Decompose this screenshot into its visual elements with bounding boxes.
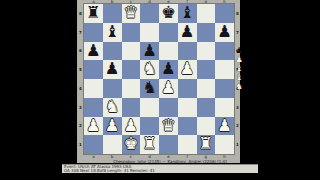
square-b7[interactable]: ♝: [103, 23, 122, 42]
white-knight: ♞: [140, 60, 159, 79]
square-c1[interactable]: ♚: [122, 135, 141, 154]
square-h4[interactable]: [215, 79, 234, 98]
rank-labels-left: 87654321: [77, 4, 84, 154]
square-b5[interactable]: ♟: [103, 60, 122, 79]
square-f2[interactable]: [178, 117, 197, 136]
square-f5[interactable]: ♟: [178, 60, 197, 79]
square-h2[interactable]: ♟: [215, 117, 234, 136]
square-d5[interactable]: ♞: [140, 60, 159, 79]
square-c2[interactable]: ♟: [122, 117, 141, 136]
rank-label-7: 7: [234, 30, 241, 35]
captured-white-bishop: ♝: [235, 73, 242, 82]
white-pawn: ♟: [103, 117, 122, 136]
black-rook: ♜: [84, 4, 103, 23]
square-c8[interactable]: ♛: [122, 4, 141, 23]
square-g5[interactable]: [197, 60, 216, 79]
black-pawn: ♟: [178, 23, 197, 42]
rank-label-5: 5: [77, 67, 84, 72]
square-d8[interactable]: [140, 4, 159, 23]
square-g7[interactable]: [197, 23, 216, 42]
square-g1[interactable]: ♜: [197, 135, 216, 154]
captured-black-pawn: ♟: [235, 46, 242, 55]
square-a8[interactable]: ♜: [84, 4, 103, 23]
captured-white-bishop: ♝: [235, 64, 242, 73]
rank-label-1: 1: [234, 142, 241, 147]
square-d4[interactable]: ♞: [140, 79, 159, 98]
square-g2[interactable]: [197, 117, 216, 136]
square-d2[interactable]: [140, 117, 159, 136]
square-d1[interactable]: ♜: [140, 135, 159, 154]
square-b6[interactable]: [103, 42, 122, 61]
square-e7[interactable]: [159, 23, 178, 42]
white-pawn: ♟: [178, 60, 197, 79]
square-b8[interactable]: [103, 4, 122, 23]
square-d7[interactable]: [140, 23, 159, 42]
info-line: GA 308 Next 18.Bxf8 Length: 41 Remoter: …: [62, 169, 258, 173]
rank-label-8: 8: [234, 11, 241, 16]
white-king: ♚: [122, 135, 141, 154]
rank-label-3: 3: [234, 105, 241, 110]
black-bishop: ♝: [178, 4, 197, 23]
square-a1[interactable]: [84, 135, 103, 154]
captured-pieces-tray: ♟♟♝♝♞: [233, 46, 245, 91]
square-a4[interactable]: [84, 79, 103, 98]
square-h1[interactable]: [215, 135, 234, 154]
black-pawn: ♟: [140, 42, 159, 61]
square-f1[interactable]: [178, 135, 197, 154]
square-c3[interactable]: [122, 98, 141, 117]
square-c5[interactable]: [122, 60, 141, 79]
black-pawn: ♟: [103, 60, 122, 79]
square-f7[interactable]: ♟: [178, 23, 197, 42]
square-e2[interactable]: ♛: [159, 117, 178, 136]
rank-label-3: 3: [77, 105, 84, 110]
square-f6[interactable]: [178, 42, 197, 61]
rank-label-1: 1: [77, 142, 84, 147]
square-c4[interactable]: [122, 79, 141, 98]
square-c7[interactable]: [122, 23, 141, 42]
square-h6[interactable]: [215, 42, 234, 61]
game-info-box: Event: US/ch AT Alaska 1993 USA GA 308 N…: [62, 164, 258, 174]
square-a3[interactable]: [84, 98, 103, 117]
square-b2[interactable]: ♟: [103, 117, 122, 136]
square-b3[interactable]: ♞: [103, 98, 122, 117]
white-knight: ♞: [103, 98, 122, 117]
square-g8[interactable]: [197, 4, 216, 23]
square-a2[interactable]: ♟: [84, 117, 103, 136]
square-a6[interactable]: ♟: [84, 42, 103, 61]
square-g6[interactable]: [197, 42, 216, 61]
white-pawn: ♟: [122, 117, 141, 136]
chess-diagram-panel: abcdefgh ♜♛♚♝♝♟♟♟♟♟♞♟♟♞♟♞♟♟♟♛♟♚♜♜ 876543…: [77, 0, 240, 163]
square-e3[interactable]: [159, 98, 178, 117]
square-h8[interactable]: [215, 4, 234, 23]
rank-label-8: 8: [77, 11, 84, 16]
square-d3[interactable]: [140, 98, 159, 117]
square-h3[interactable]: [215, 98, 234, 117]
black-king: ♚: [159, 4, 178, 23]
white-queen: ♛: [159, 117, 178, 136]
square-e6[interactable]: [159, 42, 178, 61]
video-frame: { "game": "chess", "position": { "fen": …: [0, 0, 320, 180]
rank-label-2: 2: [77, 123, 84, 128]
square-g4[interactable]: [197, 79, 216, 98]
square-e4[interactable]: ♟: [159, 79, 178, 98]
square-f4[interactable]: [178, 79, 197, 98]
square-a7[interactable]: [84, 23, 103, 42]
white-pawn: ♟: [84, 117, 103, 136]
black-pawn: ♟: [159, 60, 178, 79]
square-b4[interactable]: [103, 79, 122, 98]
square-d6[interactable]: ♟: [140, 42, 159, 61]
captured-white-knight: ♞: [235, 82, 242, 91]
square-f3[interactable]: [178, 98, 197, 117]
square-c6[interactable]: [122, 42, 141, 61]
square-a5[interactable]: [84, 60, 103, 79]
captured-white-pawn: ♟: [235, 55, 242, 64]
square-f8[interactable]: ♝: [178, 4, 197, 23]
square-h7[interactable]: ♟: [215, 23, 234, 42]
square-e1[interactable]: [159, 135, 178, 154]
black-pawn: ♟: [84, 42, 103, 61]
white-pawn: ♟: [159, 79, 178, 98]
white-pawn: ♟: [215, 117, 234, 136]
black-pawn: ♟: [215, 23, 234, 42]
black-knight: ♞: [140, 79, 159, 98]
white-rook: ♜: [140, 135, 159, 154]
rank-label-6: 6: [77, 48, 84, 53]
rank-label-2: 2: [234, 123, 241, 128]
square-e5[interactable]: ♟: [159, 60, 178, 79]
rank-label-7: 7: [77, 30, 84, 35]
rank-label-4: 4: [77, 86, 84, 91]
square-b1[interactable]: [103, 135, 122, 154]
square-e8[interactable]: ♚: [159, 4, 178, 23]
white-rook: ♜: [197, 135, 216, 154]
square-g3[interactable]: [197, 98, 216, 117]
white-queen: ♛: [122, 4, 141, 23]
black-bishop: ♝: [103, 23, 122, 42]
chess-board: ♜♛♚♝♝♟♟♟♟♟♞♟♟♞♟♞♟♟♟♛♟♚♜♜: [84, 4, 234, 154]
square-h5[interactable]: [215, 60, 234, 79]
